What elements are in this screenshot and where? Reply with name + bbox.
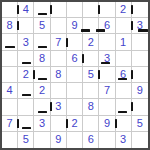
cell-r9c2[interactable]: 5 xyxy=(18,132,34,148)
cell-r1c3[interactable] xyxy=(34,2,50,18)
consecutive-mark-vertical xyxy=(66,38,68,47)
consecutive-mark-horizontal xyxy=(5,46,15,48)
cell-r9c5[interactable] xyxy=(67,132,83,148)
consecutive-mark-vertical xyxy=(82,54,84,63)
cell-r1c5[interactable] xyxy=(67,2,83,18)
consecutive-mark-vertical xyxy=(50,5,52,14)
cell-r6c9[interactable]: 9 xyxy=(132,83,148,99)
cell-r7c5[interactable] xyxy=(67,99,83,115)
consecutive-mark-horizontal xyxy=(38,78,48,80)
cell-r3c2[interactable]: 3 xyxy=(18,34,34,50)
consecutive-mark-vertical xyxy=(17,21,19,30)
cell-r8c2[interactable] xyxy=(18,116,34,132)
cell-r5c7[interactable] xyxy=(99,67,115,83)
cell-r8c4[interactable] xyxy=(51,116,67,132)
cell-r2c4[interactable] xyxy=(51,18,67,34)
consecutive-mark-horizontal xyxy=(38,111,48,113)
cell-r7c1[interactable] xyxy=(2,99,18,115)
cell-r5c2[interactable]: 2 xyxy=(18,67,34,83)
cell-r2c5[interactable]: 9 xyxy=(67,18,83,34)
cell-r7c2[interactable] xyxy=(18,99,34,115)
cell-r9c6[interactable]: 6 xyxy=(83,132,99,148)
cell-r6c6[interactable] xyxy=(83,83,99,99)
cell-r1c6[interactable] xyxy=(83,2,99,18)
consecutive-mark-horizontal xyxy=(96,29,106,31)
cell-r5c9[interactable] xyxy=(132,67,148,83)
consecutive-mark-vertical xyxy=(131,5,133,14)
cell-r6c3[interactable]: 2 xyxy=(34,83,50,99)
cell-r6c2[interactable] xyxy=(18,83,34,99)
cell-r2c7[interactable]: 6 xyxy=(99,18,115,34)
cell-r8c8[interactable] xyxy=(116,116,132,132)
consecutive-mark-horizontal xyxy=(38,46,48,48)
cell-r7c6[interactable]: 8 xyxy=(83,99,99,115)
consecutive-mark-vertical xyxy=(131,21,133,30)
cell-r2c2[interactable] xyxy=(18,18,34,34)
consecutive-mark-vertical xyxy=(50,102,52,111)
cell-r8c7[interactable]: 9 xyxy=(99,116,115,132)
cell-r3c6[interactable]: 2 xyxy=(83,34,99,50)
cell-r4c4[interactable] xyxy=(51,51,67,67)
cell-r1c9[interactable] xyxy=(132,2,148,18)
cell-r5c3[interactable] xyxy=(34,67,50,83)
cell-r9c1[interactable] xyxy=(2,132,18,148)
cell-r9c8[interactable]: 3 xyxy=(116,132,132,148)
cell-r9c4[interactable]: 9 xyxy=(51,132,67,148)
consecutive-mark-vertical xyxy=(131,102,133,111)
cell-r9c7[interactable] xyxy=(99,132,115,148)
cell-r3c3[interactable] xyxy=(34,34,50,50)
cell-r7c8[interactable] xyxy=(116,99,132,115)
sudoku-board: 428596337218632856427938732955963 xyxy=(0,0,150,150)
cell-r8c5[interactable]: 2 xyxy=(67,116,83,132)
cell-r8c3[interactable]: 3 xyxy=(34,116,50,132)
consecutive-mark-vertical xyxy=(115,119,117,128)
app-window: 428596337218632856427938732955963 xyxy=(0,0,150,150)
cell-r3c1[interactable] xyxy=(2,34,18,50)
consecutive-mark-horizontal xyxy=(101,62,111,64)
cell-r5c5[interactable] xyxy=(67,67,83,83)
cell-r1c8[interactable]: 2 xyxy=(116,2,132,18)
cell-r4c7[interactable]: 3 xyxy=(99,51,115,67)
cell-r4c9[interactable] xyxy=(132,51,148,67)
cell-r4c3[interactable]: 8 xyxy=(34,51,50,67)
cell-r6c4[interactable] xyxy=(51,83,67,99)
cell-r2c3[interactable]: 5 xyxy=(34,18,50,34)
cell-r8c1[interactable]: 7 xyxy=(2,116,18,132)
cell-r4c5[interactable]: 6 xyxy=(67,51,83,67)
cell-r2c6[interactable] xyxy=(83,18,99,34)
cell-r1c1[interactable] xyxy=(2,2,18,18)
cell-r6c5[interactable] xyxy=(67,83,83,99)
cell-r6c7[interactable]: 7 xyxy=(99,83,115,99)
cell-r3c7[interactable] xyxy=(99,34,115,50)
cell-r9c9[interactable] xyxy=(132,132,148,148)
cell-r2c9[interactable]: 3 xyxy=(132,18,148,34)
cell-r4c6[interactable] xyxy=(83,51,99,67)
cell-r3c9[interactable] xyxy=(132,34,148,50)
cell-r4c1[interactable] xyxy=(2,51,18,67)
cell-r5c8[interactable]: 6 xyxy=(116,67,132,83)
consecutive-mark-horizontal xyxy=(22,127,32,129)
cell-r3c4[interactable]: 7 xyxy=(51,34,67,50)
cell-r4c8[interactable] xyxy=(116,51,132,67)
consecutive-mark-horizontal xyxy=(118,78,128,80)
cell-r7c3[interactable] xyxy=(34,99,50,115)
cell-r2c8[interactable] xyxy=(116,18,132,34)
consecutive-mark-vertical xyxy=(66,119,68,128)
cell-r4c2[interactable] xyxy=(18,51,34,67)
cell-r7c7[interactable] xyxy=(99,99,115,115)
consecutive-mark-horizontal xyxy=(138,29,148,31)
cell-r5c4[interactable]: 8 xyxy=(51,67,67,83)
cell-r9c3[interactable] xyxy=(34,132,50,148)
cell-r3c8[interactable]: 1 xyxy=(116,34,132,50)
cell-r6c1[interactable]: 4 xyxy=(2,83,18,99)
consecutive-mark-horizontal xyxy=(81,29,91,31)
cell-r3c5[interactable] xyxy=(67,34,83,50)
cell-r2c1[interactable]: 8 xyxy=(2,18,18,34)
consecutive-mark-horizontal xyxy=(22,62,32,64)
consecutive-mark-vertical xyxy=(131,70,133,79)
cell-r8c9[interactable]: 5 xyxy=(132,116,148,132)
cell-r1c4[interactable] xyxy=(51,2,67,18)
consecutive-mark-vertical xyxy=(17,5,19,14)
cell-r1c7[interactable] xyxy=(99,2,115,18)
cell-r5c6[interactable]: 5 xyxy=(83,67,99,83)
cell-r6c8[interactable] xyxy=(116,83,132,99)
cell-r5c1[interactable] xyxy=(2,67,18,83)
consecutive-mark-vertical xyxy=(17,119,19,128)
consecutive-mark-horizontal xyxy=(118,111,128,113)
cell-r8c6[interactable] xyxy=(83,116,99,132)
cell-r1c2[interactable]: 4 xyxy=(18,2,34,18)
cell-r7c9[interactable] xyxy=(132,99,148,115)
cell-r7c4[interactable]: 3 xyxy=(51,99,67,115)
